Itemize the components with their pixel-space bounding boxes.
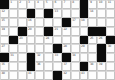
grid-cell[interactable]: 21 <box>53 27 62 36</box>
clue-number: 40 <box>2 72 5 75</box>
black-cell <box>9 36 18 45</box>
grid-cell[interactable] <box>35 9 44 18</box>
grid-cell[interactable]: 41 <box>27 71 36 80</box>
grid-cell[interactable]: 26 <box>97 36 106 45</box>
grid-cell[interactable] <box>106 27 115 36</box>
grid-cell[interactable]: 25 <box>88 36 97 45</box>
clue-number: 3 <box>28 1 30 4</box>
grid-cell[interactable]: 29 <box>80 44 89 53</box>
clue-number: 31 <box>10 54 13 57</box>
grid-cell[interactable]: 3 <box>27 0 36 9</box>
grid-cell[interactable] <box>35 18 44 27</box>
grid-cell[interactable] <box>71 62 80 71</box>
grid-cell[interactable]: 4 <box>35 0 44 9</box>
clue-number: 25 <box>90 37 93 40</box>
clue-number: 19 <box>2 28 5 31</box>
black-cell <box>97 44 106 53</box>
clue-number: 1 <box>10 1 12 4</box>
black-cell <box>97 27 106 36</box>
black-cell <box>27 9 36 18</box>
grid-cell[interactable]: 15 <box>0 18 9 27</box>
grid-cell[interactable] <box>71 9 80 18</box>
grid-cell[interactable] <box>18 44 27 53</box>
clue-number: 12 <box>2 10 5 13</box>
clue-number: 22 <box>63 28 66 31</box>
grid-cell[interactable]: 30 <box>106 44 115 53</box>
black-cell <box>106 36 115 45</box>
clue-number: 18 <box>81 19 84 22</box>
clue-number: 27 <box>2 45 5 48</box>
grid-cell[interactable]: 40 <box>0 71 9 80</box>
grid-cell[interactable]: 6 <box>53 0 62 9</box>
black-cell <box>80 36 89 45</box>
grid-cell[interactable] <box>9 27 18 36</box>
clue-number: 35 <box>2 63 5 66</box>
grid-cell[interactable] <box>9 18 18 27</box>
grid-cell[interactable] <box>44 18 53 27</box>
black-cell <box>18 27 27 36</box>
clue-number: 24 <box>46 37 49 40</box>
clue-number: 33 <box>55 54 58 57</box>
grid-cell[interactable] <box>80 27 89 36</box>
clue-number: 13 <box>55 10 58 13</box>
clue-number: 23 <box>19 37 22 40</box>
clue-number: 17 <box>72 19 75 22</box>
clue-number: 37 <box>63 63 66 66</box>
grid-cell[interactable]: 7 <box>62 0 71 9</box>
clue-number: 29 <box>81 45 84 48</box>
clue-number: 8 <box>72 1 74 4</box>
grid-cell[interactable] <box>71 27 80 36</box>
grid-cell[interactable] <box>35 36 44 45</box>
clue-number: 7 <box>63 1 65 4</box>
clue-number: 21 <box>55 28 58 31</box>
grid-cell[interactable]: 35 <box>0 62 9 71</box>
grid-cell[interactable]: 17 <box>71 18 80 27</box>
clue-number: 11 <box>108 1 111 4</box>
grid-cell[interactable] <box>88 53 97 62</box>
grid-cell[interactable]: 9 <box>88 0 97 9</box>
grid-cell[interactable] <box>9 9 18 18</box>
clue-number: 32 <box>37 54 40 57</box>
grid-cell[interactable]: 20 <box>27 27 36 36</box>
grid-cell[interactable] <box>27 44 36 53</box>
clue-number: 6 <box>55 1 57 4</box>
grid-cell[interactable] <box>106 9 115 18</box>
grid-cell[interactable] <box>18 53 27 62</box>
black-cell <box>27 62 36 71</box>
grid-cell[interactable] <box>53 62 62 71</box>
grid-cell[interactable]: 2 <box>18 0 27 9</box>
clue-number: 41 <box>28 72 31 75</box>
grid-cell[interactable] <box>44 44 53 53</box>
grid-cell[interactable]: 39 <box>97 62 106 71</box>
grid-cell[interactable] <box>97 9 106 18</box>
clue-number: 9 <box>90 1 92 4</box>
grid-cell[interactable] <box>18 62 27 71</box>
crossword-grid: 1234567891011121314151617181920212223242… <box>0 0 115 80</box>
grid-cell[interactable] <box>9 44 18 53</box>
grid-cell[interactable] <box>97 71 106 80</box>
grid-cell[interactable] <box>71 44 80 53</box>
grid-cell[interactable]: 34 <box>71 53 80 62</box>
grid-cell[interactable]: 8 <box>71 0 80 9</box>
clue-number: 10 <box>99 1 102 4</box>
grid-cell[interactable] <box>35 44 44 53</box>
clue-number: 42 <box>63 72 66 75</box>
clue-number: 14 <box>90 10 93 13</box>
grid-cell[interactable] <box>106 53 115 62</box>
grid-cell[interactable] <box>18 9 27 18</box>
clue-number: 26 <box>99 37 102 40</box>
grid-cell[interactable] <box>80 53 89 62</box>
grid-cell[interactable] <box>71 71 80 80</box>
black-cell <box>62 18 71 27</box>
clue-number: 36 <box>37 63 40 66</box>
grid-cell[interactable] <box>53 36 62 45</box>
grid-cell[interactable] <box>0 36 9 45</box>
grid-cell[interactable]: 13 <box>53 9 62 18</box>
clue-number: 28 <box>63 45 66 48</box>
grid-cell[interactable] <box>53 18 62 27</box>
clue-number: 43 <box>81 72 84 75</box>
black-cell <box>27 53 36 62</box>
grid-cell[interactable] <box>18 18 27 27</box>
black-cell <box>62 53 71 62</box>
grid-cell[interactable] <box>18 71 27 80</box>
grid-cell[interactable] <box>35 71 44 80</box>
grid-cell[interactable]: 19 <box>0 27 9 36</box>
clue-number: 15 <box>2 19 5 22</box>
black-cell <box>53 44 62 53</box>
grid-cell[interactable]: 5 <box>44 0 53 9</box>
grid-cell[interactable] <box>71 36 80 45</box>
black-cell <box>0 0 9 9</box>
grid-cell[interactable]: 10 <box>97 0 106 9</box>
grid-cell[interactable] <box>9 71 18 80</box>
grid-cell[interactable]: 22 <box>62 27 71 36</box>
grid-cell[interactable] <box>106 62 115 71</box>
grid-cell[interactable]: 24 <box>44 36 53 45</box>
grid-cell[interactable]: 18 <box>80 18 89 27</box>
grid-cell[interactable] <box>88 71 97 80</box>
grid-cell[interactable] <box>62 9 71 18</box>
grid-cell[interactable]: 31 <box>9 53 18 62</box>
black-cell <box>44 27 53 36</box>
grid-cell[interactable] <box>35 27 44 36</box>
black-cell <box>80 0 89 9</box>
grid-cell[interactable]: 1 <box>9 0 18 9</box>
grid-cell[interactable]: 23 <box>18 36 27 45</box>
grid-cell[interactable]: 37 <box>62 62 71 71</box>
grid-cell[interactable]: 11 <box>106 0 115 9</box>
grid-cell[interactable] <box>62 36 71 45</box>
grid-cell[interactable]: 38 <box>88 62 97 71</box>
grid-cell[interactable]: 16 <box>27 18 36 27</box>
black-cell <box>0 53 9 62</box>
black-cell <box>97 53 106 62</box>
grid-cell[interactable] <box>97 18 106 27</box>
black-cell <box>80 62 89 71</box>
grid-cell[interactable] <box>106 71 115 80</box>
grid-cell[interactable] <box>44 62 53 71</box>
grid-cell[interactable]: 32 <box>35 53 44 62</box>
grid-cell[interactable] <box>44 71 53 80</box>
grid-cell[interactable] <box>27 36 36 45</box>
grid-cell[interactable] <box>88 44 97 53</box>
clue-number: 34 <box>72 54 75 57</box>
clue-number: 20 <box>28 28 31 31</box>
grid-cell[interactable] <box>44 53 53 62</box>
clue-number: 4 <box>37 1 39 4</box>
grid-cell[interactable]: 28 <box>62 44 71 53</box>
grid-cell[interactable]: 33 <box>53 53 62 62</box>
grid-cell[interactable]: 36 <box>35 62 44 71</box>
black-cell <box>44 9 53 18</box>
grid-cell[interactable] <box>106 18 115 27</box>
grid-cell[interactable] <box>9 62 18 71</box>
clue-number: 5 <box>46 1 48 4</box>
clue-number: 38 <box>90 63 93 66</box>
grid-cell[interactable] <box>88 18 97 27</box>
grid-cell[interactable]: 12 <box>0 9 9 18</box>
clue-number: 39 <box>99 63 102 66</box>
black-cell <box>88 27 97 36</box>
grid-cell[interactable]: 27 <box>0 44 9 53</box>
grid-cell[interactable]: 43 <box>80 71 89 80</box>
clue-number: 2 <box>19 1 21 4</box>
grid-cell[interactable]: 42 <box>62 71 71 80</box>
black-cell <box>53 71 62 80</box>
clue-number: 16 <box>28 19 31 22</box>
clue-number: 30 <box>108 45 111 48</box>
grid-cell[interactable]: 14 <box>88 9 97 18</box>
black-cell <box>80 9 89 18</box>
